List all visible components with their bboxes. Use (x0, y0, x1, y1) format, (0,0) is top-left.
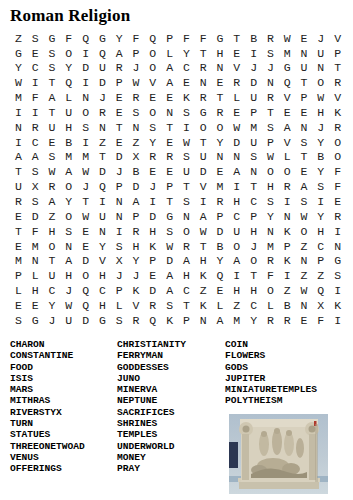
grid-cell: R (144, 298, 161, 313)
grid-cell: I (27, 105, 44, 120)
grid-cell: W (128, 76, 145, 91)
grid-cell: R (262, 254, 279, 269)
grid-cell: L (262, 298, 279, 313)
grid-cell: T (44, 105, 61, 120)
grid-cell: I (329, 313, 346, 328)
word-list-item: MONEY (117, 452, 221, 463)
grid-cell: E (111, 135, 128, 150)
grid-cell: Y (10, 61, 27, 76)
grid-cell: Q (77, 283, 94, 298)
grid-cell: N (94, 120, 111, 135)
grid-cell: E (296, 105, 313, 120)
grid-cell: W (44, 165, 61, 180)
grid-cell: T (195, 135, 212, 150)
grid-cell: A (228, 165, 245, 180)
grid-cell: N (77, 90, 94, 105)
grid-cell: E (27, 46, 44, 61)
grid-cell: F (27, 224, 44, 239)
grid-cell: R (279, 313, 296, 328)
grid-cell: P (245, 105, 262, 120)
grid-cell: T (77, 194, 94, 209)
grid-cell: C (312, 239, 329, 254)
grid-cell: F (178, 31, 195, 46)
grid-cell: E (228, 46, 245, 61)
grid-cell: T (329, 61, 346, 76)
grid-cell: N (279, 209, 296, 224)
grid-cell: K (329, 298, 346, 313)
grid-cell: S (262, 46, 279, 61)
grid-cell: U (10, 180, 27, 195)
grid-cell: K (279, 224, 296, 239)
grid-cell: E (10, 298, 27, 313)
grid-cell: M (10, 254, 27, 269)
grid-cell: D (77, 254, 94, 269)
grid-cell: N (262, 76, 279, 91)
word-list-item: PRAY (117, 463, 221, 474)
grid-cell: N (296, 120, 313, 135)
grid-cell: W (178, 135, 195, 150)
grid-cell: N (312, 61, 329, 76)
grid-cell: R (195, 90, 212, 105)
grid-cell: N (10, 120, 27, 135)
grid-cell: J (44, 313, 61, 328)
grid-cell: Y (60, 61, 77, 76)
grid-cell: O (228, 239, 245, 254)
word-list-item: POLYTHEISM (225, 395, 351, 406)
grid-cell: R (329, 76, 346, 91)
grid-cell: I (312, 194, 329, 209)
grid-cell: H (60, 120, 77, 135)
grid-cell: G (279, 61, 296, 76)
grid-cell: E (279, 105, 296, 120)
grid-cell: U (228, 224, 245, 239)
grid-cell: Q (312, 283, 329, 298)
word-list-item: MINERVA (117, 384, 221, 395)
grid-cell: Y (262, 209, 279, 224)
grid-cell: Q (94, 46, 111, 61)
grid-cell: C (27, 135, 44, 150)
grid-cell: E (27, 298, 44, 313)
grid-cell: P (245, 209, 262, 224)
grid-cell: H (94, 269, 111, 284)
grid-cell: N (329, 239, 346, 254)
grid-cell: R (262, 31, 279, 46)
grid-cell: I (77, 76, 94, 91)
grid-cell: C (178, 61, 195, 76)
grid-cell: N (178, 209, 195, 224)
grid-cell: U (44, 269, 61, 284)
grid-cell: N (296, 298, 313, 313)
grid-cell: U (60, 105, 77, 120)
grid-cell: T (195, 239, 212, 254)
grid-cell: A (60, 254, 77, 269)
word-list-item: STATUES (10, 429, 114, 440)
grid-cell: T (161, 120, 178, 135)
grid-cell: A (128, 194, 145, 209)
grid-cell: R (195, 61, 212, 76)
grid-cell: Q (212, 269, 229, 284)
grid-cell: O (329, 135, 346, 150)
grid-cell: R (228, 76, 245, 91)
grid-cell: W (279, 31, 296, 46)
grid-cell: P (128, 209, 145, 224)
grid-cell: H (27, 283, 44, 298)
grid-cell: S (262, 120, 279, 135)
grid-cell: V (128, 298, 145, 313)
grid-cell: S (27, 31, 44, 46)
grid-cell: H (312, 224, 329, 239)
grid-cell: H (245, 224, 262, 239)
grid-cell: M (279, 46, 296, 61)
grid-cell: H (228, 283, 245, 298)
grid-cell: D (161, 254, 178, 269)
grid-cell: M (27, 239, 44, 254)
grid-cell: J (312, 31, 329, 46)
grid-cell: E (329, 194, 346, 209)
grid-cell: S (128, 105, 145, 120)
grid-cell: L (212, 298, 229, 313)
grid-cell: Y (111, 31, 128, 46)
grid-cell: E (228, 105, 245, 120)
grid-cell: F (128, 31, 145, 46)
grid-cell: T (178, 298, 195, 313)
grid-cell: Y (212, 135, 229, 150)
grid-cell: W (228, 120, 245, 135)
grid-cell: N (195, 313, 212, 328)
grid-cell: S (296, 194, 313, 209)
grid-cell: U (312, 46, 329, 61)
grid-cell: F (27, 90, 44, 105)
grid-cell: P (212, 209, 229, 224)
word-list-item: MINIATURETEMPLES (225, 384, 351, 395)
grid-cell: S (111, 239, 128, 254)
grid-cell: N (212, 150, 229, 165)
grid-cell: S (178, 105, 195, 120)
grid-cell: J (245, 61, 262, 76)
grid-cell: A (212, 313, 229, 328)
word-list-item: UNDERWORLD (117, 441, 221, 452)
grid-cell: N (111, 194, 128, 209)
grid-cell: T (44, 76, 61, 91)
grid-cell: E (212, 283, 229, 298)
grid-cell: E (161, 135, 178, 150)
grid-cell: Z (128, 135, 145, 150)
grid-cell: G (94, 31, 111, 46)
grid-cell: T (111, 120, 128, 135)
grid-cell: O (144, 105, 161, 120)
grid-cell: Q (144, 31, 161, 46)
grid-cell: N (128, 120, 145, 135)
word-list-item: VENUS (10, 452, 114, 463)
grid-cell: T (262, 105, 279, 120)
grid-cell: E (178, 76, 195, 91)
grid-cell: R (144, 150, 161, 165)
grid-cell: O (279, 165, 296, 180)
grid-cell: E (10, 209, 27, 224)
grid-cell: V (94, 254, 111, 269)
grid-cell: E (77, 224, 94, 239)
grid-cell: A (296, 180, 313, 195)
grid-cell: Z (228, 298, 245, 313)
grid-cell: A (44, 194, 61, 209)
grid-cell: U (178, 165, 195, 180)
grid-cell: W (77, 209, 94, 224)
word-search-grid: ZSGFQGYFQPFFGTBRWEJVGESOIQAPOLYTHEISMNUP… (10, 31, 346, 328)
grid-cell: D (212, 224, 229, 239)
grid-cell: S (44, 61, 61, 76)
grid-cell: R (279, 180, 296, 195)
grid-cell: Z (44, 209, 61, 224)
word-list-item: SACRIFICES (117, 407, 221, 418)
grid-cell: L (279, 150, 296, 165)
grid-cell: L (161, 46, 178, 61)
grid-cell: E (296, 31, 313, 46)
grid-cell: J (312, 120, 329, 135)
grid-cell: C (245, 194, 262, 209)
grid-cell: W (77, 165, 94, 180)
grid-cell: T (296, 150, 313, 165)
word-list-item: NEPTUNE (117, 395, 221, 406)
grid-cell: O (245, 254, 262, 269)
grid-cell: M (245, 120, 262, 135)
word-list-item: RIVERSTYX (10, 407, 114, 418)
grid-cell: G (27, 313, 44, 328)
grid-cell: C (44, 283, 61, 298)
grid-cell: O (296, 224, 313, 239)
word-list-item: CHRISTIANITY (117, 339, 221, 350)
grid-cell: Y (128, 254, 145, 269)
grid-cell: A (161, 269, 178, 284)
grid-cell: D (128, 180, 145, 195)
grid-cell: T (245, 269, 262, 284)
grid-cell: I (329, 224, 346, 239)
grid-cell: I (228, 269, 245, 284)
grid-cell: N (195, 76, 212, 91)
grid-cell: H (195, 254, 212, 269)
grid-cell: Q (77, 298, 94, 313)
grid-cell: E (212, 165, 229, 180)
grid-cell: F (60, 31, 77, 46)
grid-cell: O (44, 239, 61, 254)
grid-cell: F (312, 313, 329, 328)
grid-cell: T (10, 165, 27, 180)
grid-cell: K (161, 313, 178, 328)
grid-cell: D (77, 313, 94, 328)
grid-cell: O (262, 165, 279, 180)
grid-cell: V (279, 135, 296, 150)
grid-cell: S (10, 313, 27, 328)
grid-cell: X (111, 254, 128, 269)
word-list-item: MARS (10, 384, 114, 395)
grid-cell: H (44, 224, 61, 239)
grid-cell: J (128, 61, 145, 76)
grid-cell: P (111, 76, 128, 91)
grid-cell: H (228, 194, 245, 209)
word-list-item: FERRYMAN (117, 350, 221, 361)
grid-cell: K (195, 269, 212, 284)
grid-cell: I (10, 105, 27, 120)
word-list-item: MITHRAS (10, 395, 114, 406)
grid-cell: M (10, 90, 27, 105)
grid-cell: A (44, 90, 61, 105)
grid-cell: S (262, 194, 279, 209)
altar-relief-illustration (229, 414, 328, 494)
grid-cell: W (60, 298, 77, 313)
grid-cell: R (27, 120, 44, 135)
grid-cell: L (111, 298, 128, 313)
grid-cell: F (329, 180, 346, 195)
grid-cell: S (245, 150, 262, 165)
grid-cell: J (77, 180, 94, 195)
grid-cell: D (144, 283, 161, 298)
grid-cell: O (77, 269, 94, 284)
grid-cell: P (144, 254, 161, 269)
grid-cell: Z (296, 239, 313, 254)
grid-cell: T (212, 90, 229, 105)
grid-cell: Y (245, 313, 262, 328)
grid-cell: Z (279, 283, 296, 298)
grid-cell: T (195, 46, 212, 61)
grid-cell: D (228, 135, 245, 150)
grid-cell: C (178, 283, 195, 298)
grid-cell: V (279, 90, 296, 105)
grid-cell: Q (94, 180, 111, 195)
grid-cell: C (94, 283, 111, 298)
grid-cell: P (128, 46, 145, 61)
grid-cell: B (212, 239, 229, 254)
grid-cell: P (10, 269, 27, 284)
grid-cell: O (329, 150, 346, 165)
grid-cell: H (128, 239, 145, 254)
grid-cell: L (228, 90, 245, 105)
grid-cell: K (128, 283, 145, 298)
grid-cell: I (77, 46, 94, 61)
grid-cell: I (111, 224, 128, 239)
grid-cell: I (279, 194, 296, 209)
grid-cell: S (27, 194, 44, 209)
grid-cell: V (228, 61, 245, 76)
grid-cell: B (245, 31, 262, 46)
grid-cell: U (60, 313, 77, 328)
grid-cell: I (144, 194, 161, 209)
grid-cell: W (195, 224, 212, 239)
grid-cell: Q (279, 76, 296, 91)
grid-cell: N (27, 254, 44, 269)
grid-cell: Y (312, 209, 329, 224)
grid-cell: E (161, 165, 178, 180)
word-list-item: FOOD (10, 362, 114, 373)
grid-cell: S (178, 194, 195, 209)
grid-cell: D (144, 209, 161, 224)
grid-cell: O (60, 46, 77, 61)
grid-cell: R (262, 313, 279, 328)
grid-cell: T (178, 180, 195, 195)
grid-cell: P (161, 31, 178, 46)
altar-photo (229, 414, 328, 494)
grid-cell: I (27, 76, 44, 91)
grid-cell: R (44, 180, 61, 195)
grid-cell: R (212, 105, 229, 120)
grid-cell: Y (312, 135, 329, 150)
grid-cell: Q (144, 313, 161, 328)
grid-cell: S (161, 224, 178, 239)
grid-cell: N (212, 61, 229, 76)
grid-cell: A (60, 165, 77, 180)
grid-cell: O (60, 180, 77, 195)
grid-cell: H (212, 46, 229, 61)
grid-cell: W (296, 209, 313, 224)
grid-cell: C (245, 298, 262, 313)
grid-cell: S (178, 150, 195, 165)
grid-cell: I (94, 194, 111, 209)
grid-cell: V (144, 76, 161, 91)
grid-cell: N (111, 209, 128, 224)
grid-cell: N (262, 224, 279, 239)
page-title: Roman Religion (10, 6, 130, 26)
grid-cell: N (296, 46, 313, 61)
grid-cell: D (77, 61, 94, 76)
grid-cell: S (296, 135, 313, 150)
grid-cell: R (111, 61, 128, 76)
grid-cell: J (128, 269, 145, 284)
grid-cell: I (195, 194, 212, 209)
grid-cell: S (111, 313, 128, 328)
grid-cell: U (296, 61, 313, 76)
grid-cell: D (94, 165, 111, 180)
grid-cell: P (178, 313, 195, 328)
grid-cell: R (94, 105, 111, 120)
word-column: CHRISTIANITYFERRYMANGODDESSESJUNOMINERVA… (117, 339, 221, 475)
grid-cell: J (245, 239, 262, 254)
grid-cell: U (94, 61, 111, 76)
grid-cell: E (296, 313, 313, 328)
word-list-item: TEMPLES (117, 429, 221, 440)
grid-cell: Q (77, 31, 94, 46)
grid-cell: O (212, 120, 229, 135)
grid-cell: O (195, 120, 212, 135)
grid-cell: G (44, 31, 61, 46)
grid-cell: P (161, 180, 178, 195)
word-column: COINFLOWERSGODSJUPITERMINIATURETEMPLESPO… (225, 339, 351, 407)
grid-cell: H (312, 105, 329, 120)
grid-cell: O (144, 46, 161, 61)
grid-cell: O (178, 224, 195, 239)
grid-cell: S (161, 298, 178, 313)
grid-cell: M (228, 313, 245, 328)
grid-cell: M (60, 150, 77, 165)
grid-cell: J (60, 283, 77, 298)
grid-cell: J (111, 269, 128, 284)
grid-cell: L (60, 90, 77, 105)
grid-cell: M (77, 150, 94, 165)
grid-cell: E (111, 90, 128, 105)
grid-cell: F (262, 269, 279, 284)
grid-cell: P (312, 254, 329, 269)
grid-cell: S (144, 120, 161, 135)
grid-cell: T (161, 194, 178, 209)
grid-cell: O (312, 76, 329, 91)
grid-cell: P (111, 180, 128, 195)
grid-cell: E (144, 165, 161, 180)
grid-cell: I (279, 269, 296, 284)
grid-cell: A (161, 61, 178, 76)
grid-cell: P (111, 283, 128, 298)
grid-cell: A (195, 209, 212, 224)
grid-cell: J (94, 90, 111, 105)
grid-cell: F (329, 165, 346, 180)
word-list-item: JUPITER (225, 373, 351, 384)
grid-cell: K (195, 298, 212, 313)
